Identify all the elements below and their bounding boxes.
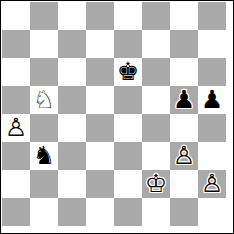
square-d6[interactable] (86, 58, 114, 86)
square-d8[interactable] (86, 2, 114, 30)
square-e1[interactable] (114, 198, 142, 226)
square-b2[interactable] (30, 170, 58, 198)
black-knight-b3: ♞ (33, 142, 55, 170)
chess-diagram: ♚♘♟♟♙♞♙♔♙ (0, 0, 234, 234)
square-d5[interactable] (86, 86, 114, 114)
square-e3[interactable] (114, 142, 142, 170)
square-f8[interactable] (142, 2, 170, 30)
square-a7[interactable] (2, 30, 30, 58)
white-pawn-h2: ♙ (201, 170, 223, 198)
square-f5[interactable] (142, 86, 170, 114)
square-c7[interactable] (58, 30, 86, 58)
white-king-f2: ♔ (145, 170, 167, 198)
square-d2[interactable] (86, 170, 114, 198)
square-c1[interactable] (58, 198, 86, 226)
square-e6[interactable]: ♚ (114, 58, 142, 86)
square-c5[interactable] (58, 86, 86, 114)
square-f1[interactable] (142, 198, 170, 226)
white-pawn-a4: ♙ (5, 114, 27, 142)
square-b7[interactable] (30, 30, 58, 58)
square-c4[interactable] (58, 114, 86, 142)
square-e5[interactable] (114, 86, 142, 114)
square-g2[interactable] (170, 170, 198, 198)
square-d7[interactable] (86, 30, 114, 58)
square-f3[interactable] (142, 142, 170, 170)
square-h8[interactable] (198, 2, 226, 30)
square-f7[interactable] (142, 30, 170, 58)
square-f4[interactable] (142, 114, 170, 142)
square-g3[interactable]: ♙ (170, 142, 198, 170)
square-g4[interactable] (170, 114, 198, 142)
black-king-e6: ♚ (117, 58, 139, 86)
square-g1[interactable] (170, 198, 198, 226)
white-knight-b5: ♘ (33, 86, 55, 114)
square-e8[interactable] (114, 2, 142, 30)
square-h4[interactable] (198, 114, 226, 142)
square-h5[interactable]: ♟ (198, 86, 226, 114)
square-b6[interactable] (30, 58, 58, 86)
square-b1[interactable] (30, 198, 58, 226)
square-a3[interactable] (2, 142, 30, 170)
square-g6[interactable] (170, 58, 198, 86)
square-c8[interactable] (58, 2, 86, 30)
square-g8[interactable] (170, 2, 198, 30)
square-a2[interactable] (2, 170, 30, 198)
square-h1[interactable] (198, 198, 226, 226)
square-b4[interactable] (30, 114, 58, 142)
square-f6[interactable] (142, 58, 170, 86)
square-h6[interactable] (198, 58, 226, 86)
chess-board: ♚♘♟♟♙♞♙♔♙ (2, 2, 226, 226)
square-a8[interactable] (2, 2, 30, 30)
square-b5[interactable]: ♘ (30, 86, 58, 114)
square-a4[interactable]: ♙ (2, 114, 30, 142)
square-h2[interactable]: ♙ (198, 170, 226, 198)
square-b3[interactable]: ♞ (30, 142, 58, 170)
square-c6[interactable] (58, 58, 86, 86)
square-d3[interactable] (86, 142, 114, 170)
square-a5[interactable] (2, 86, 30, 114)
white-pawn-g3: ♙ (173, 142, 195, 170)
black-pawn-g5: ♟ (173, 86, 195, 114)
square-h7[interactable] (198, 30, 226, 58)
square-a6[interactable] (2, 58, 30, 86)
square-d1[interactable] (86, 198, 114, 226)
square-d4[interactable] (86, 114, 114, 142)
square-c3[interactable] (58, 142, 86, 170)
square-g5[interactable]: ♟ (170, 86, 198, 114)
square-f2[interactable]: ♔ (142, 170, 170, 198)
square-g7[interactable] (170, 30, 198, 58)
square-a1[interactable] (2, 198, 30, 226)
square-c2[interactable] (58, 170, 86, 198)
square-e7[interactable] (114, 30, 142, 58)
square-e4[interactable] (114, 114, 142, 142)
square-e2[interactable] (114, 170, 142, 198)
square-h3[interactable] (198, 142, 226, 170)
square-b8[interactable] (30, 2, 58, 30)
black-pawn-h5: ♟ (201, 86, 223, 114)
